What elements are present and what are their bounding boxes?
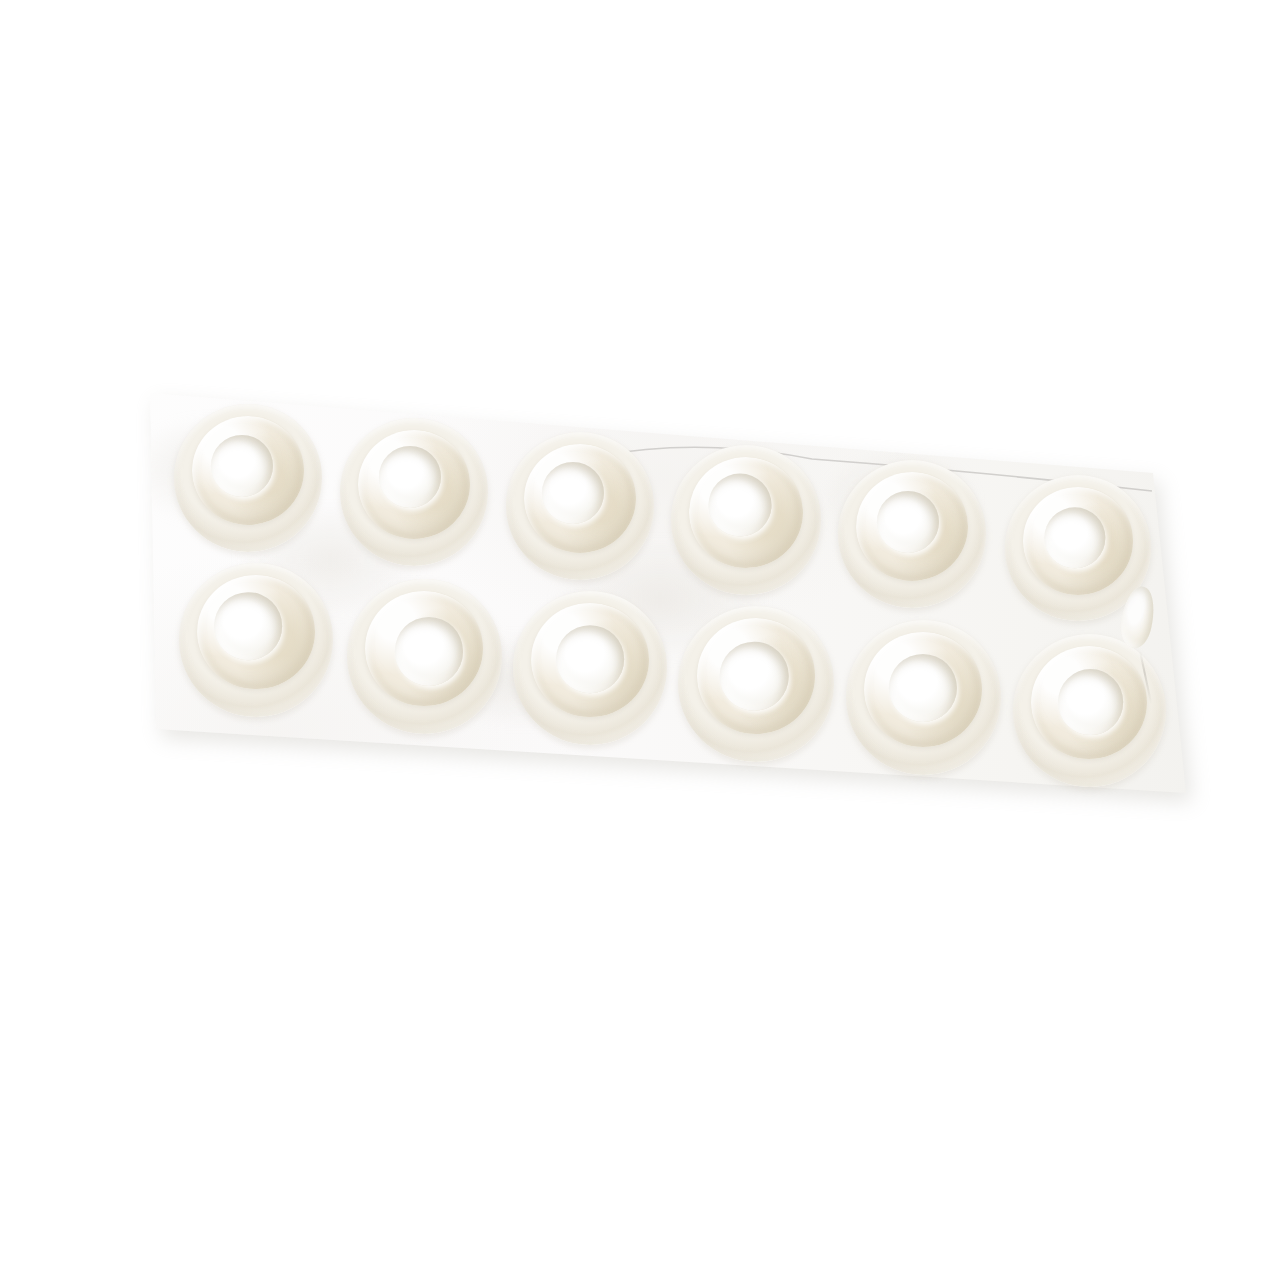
product-photo-canvas xyxy=(0,0,1265,1265)
pad-recessed-center xyxy=(378,446,440,508)
pad-recessed-center xyxy=(556,625,624,693)
bumper-pad-r2-c4 xyxy=(678,606,834,762)
bumper-pad-r2-c5 xyxy=(846,620,1001,775)
pad-recessed-center xyxy=(1058,669,1124,735)
pad-recessed-center xyxy=(214,592,282,660)
pad-recessed-center xyxy=(395,617,463,685)
bumper-pad-r1-c4 xyxy=(671,445,821,595)
bumper-pad-r2-c2 xyxy=(347,579,502,734)
pad-recessed-center xyxy=(709,474,772,537)
pad-recessed-center xyxy=(542,462,604,524)
bumper-pad-r1-c1 xyxy=(174,404,322,552)
pad-recessed-center xyxy=(889,654,957,722)
pad-recessed-center xyxy=(720,642,789,711)
bumper-pad-r2-c3 xyxy=(513,591,667,745)
bumper-pad-r1-c5 xyxy=(838,460,986,608)
bumper-pad-r2-c6 xyxy=(1013,634,1166,787)
bumper-pad-r2-c1 xyxy=(179,563,333,717)
pad-recessed-center xyxy=(876,491,938,553)
bumper-pad-r1-c3 xyxy=(506,432,654,580)
pads-layer xyxy=(0,0,1265,1265)
bumper-pad-r1-c2 xyxy=(340,418,488,566)
pad-recessed-center xyxy=(211,435,273,497)
